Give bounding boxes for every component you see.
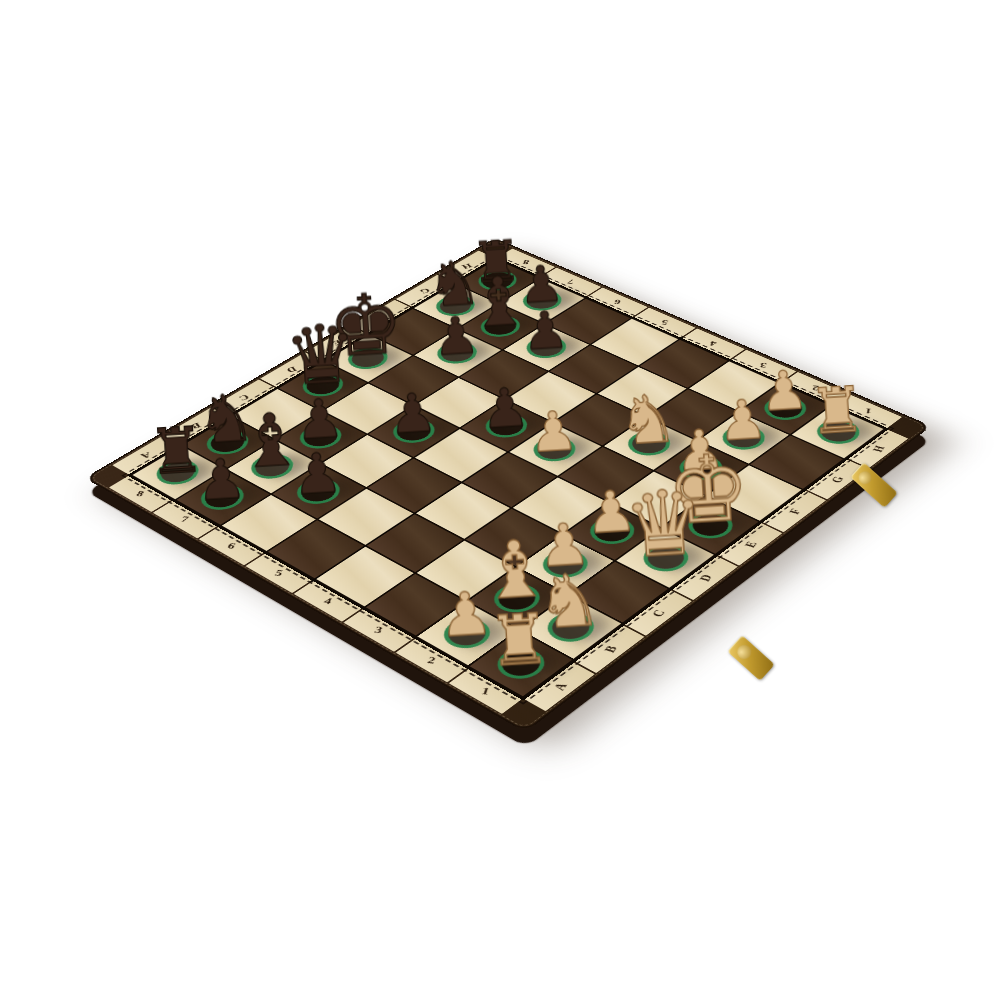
camera-tilt: ABCDEFGH ABCDEFGH 87654321 87654321 ♜♞♛♚… <box>0 0 1000 1000</box>
chess-board: ABCDEFGH ABCDEFGH 87654321 87654321 ♜♞♛♚… <box>85 238 932 733</box>
playing-area: ♜♞♛♚♞♜♟♝♟♟♝♟♟♟♟♟♟♞♟♝♟♟♟♟♟♜♞♛♚♜ <box>130 258 887 698</box>
white-rook-h1: ♜ <box>765 376 909 446</box>
chess-set-photo: ABCDEFGH ABCDEFGH 87654321 87654321 ♜♞♛♚… <box>0 0 1000 1000</box>
